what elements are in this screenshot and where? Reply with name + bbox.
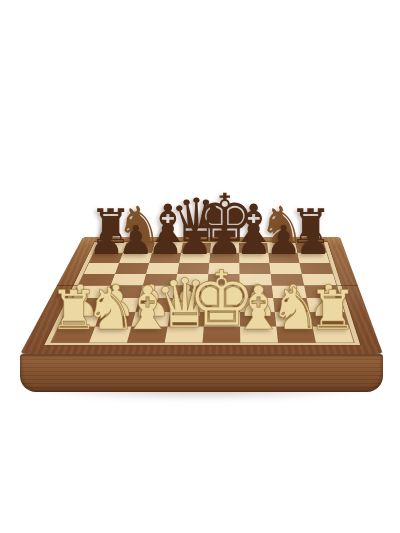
square-d5 bbox=[175, 274, 208, 286]
square-b7 bbox=[119, 253, 152, 263]
chess-board bbox=[20, 237, 383, 354]
square-b1 bbox=[89, 327, 131, 343]
square-d6 bbox=[177, 263, 209, 274]
square-d8 bbox=[181, 243, 211, 253]
board-front-face bbox=[20, 354, 383, 392]
square-h8 bbox=[295, 243, 326, 253]
square-d2 bbox=[168, 312, 205, 327]
square-b2 bbox=[95, 312, 135, 327]
square-a3 bbox=[66, 298, 106, 312]
square-c5 bbox=[143, 274, 177, 286]
square-c6 bbox=[146, 263, 179, 274]
square-f3 bbox=[240, 298, 275, 312]
product-photo-stage: ♜♞♝♛♚♝♞♜♟♟♟♟♟♟♟♟♟♟♟♟♟♟♟♟♜♞♝♛♚♝♞♜ bbox=[0, 0, 400, 533]
square-c8 bbox=[152, 243, 183, 253]
square-h7 bbox=[297, 253, 329, 263]
square-g5 bbox=[271, 274, 305, 286]
square-c4 bbox=[139, 285, 175, 298]
square-e7 bbox=[209, 253, 239, 263]
square-e5 bbox=[207, 274, 239, 286]
square-e8 bbox=[210, 243, 239, 253]
square-h1 bbox=[313, 327, 354, 343]
square-a5 bbox=[78, 274, 115, 286]
square-f2 bbox=[240, 312, 276, 327]
square-g2 bbox=[275, 312, 313, 327]
square-h3 bbox=[307, 298, 345, 312]
square-c7 bbox=[149, 253, 181, 263]
square-a7 bbox=[89, 253, 123, 263]
square-e1 bbox=[202, 327, 240, 343]
board-squares-grid bbox=[51, 243, 353, 342]
square-g8 bbox=[267, 243, 297, 253]
square-e6 bbox=[208, 263, 239, 274]
square-a6 bbox=[84, 263, 119, 274]
square-h4 bbox=[304, 285, 340, 298]
square-c1 bbox=[127, 327, 168, 343]
square-c2 bbox=[131, 312, 170, 327]
square-e2 bbox=[204, 312, 240, 327]
square-g7 bbox=[268, 253, 299, 263]
square-f8 bbox=[239, 243, 268, 253]
square-d1 bbox=[165, 327, 204, 343]
square-f7 bbox=[239, 253, 269, 263]
square-b6 bbox=[115, 263, 149, 274]
square-d4 bbox=[173, 285, 208, 298]
square-b3 bbox=[101, 298, 140, 312]
square-g4 bbox=[272, 285, 307, 298]
square-g1 bbox=[276, 327, 316, 343]
square-f1 bbox=[240, 327, 278, 343]
square-a1 bbox=[51, 327, 95, 343]
square-b8 bbox=[123, 243, 155, 253]
square-g3 bbox=[273, 298, 309, 312]
hinge-seam bbox=[57, 285, 358, 286]
square-f6 bbox=[239, 263, 270, 274]
square-d3 bbox=[170, 298, 206, 312]
square-b5 bbox=[111, 274, 147, 286]
square-e3 bbox=[205, 298, 240, 312]
square-e4 bbox=[206, 285, 239, 298]
square-h5 bbox=[302, 274, 337, 286]
square-f5 bbox=[239, 274, 271, 286]
square-b4 bbox=[106, 285, 143, 298]
square-g6 bbox=[269, 263, 301, 274]
square-h2 bbox=[309, 312, 348, 327]
square-a4 bbox=[72, 285, 110, 298]
square-c3 bbox=[136, 298, 173, 312]
square-d7 bbox=[179, 253, 210, 263]
square-a2 bbox=[59, 312, 101, 327]
square-h6 bbox=[299, 263, 332, 274]
square-f4 bbox=[240, 285, 274, 298]
square-a8 bbox=[94, 243, 127, 253]
